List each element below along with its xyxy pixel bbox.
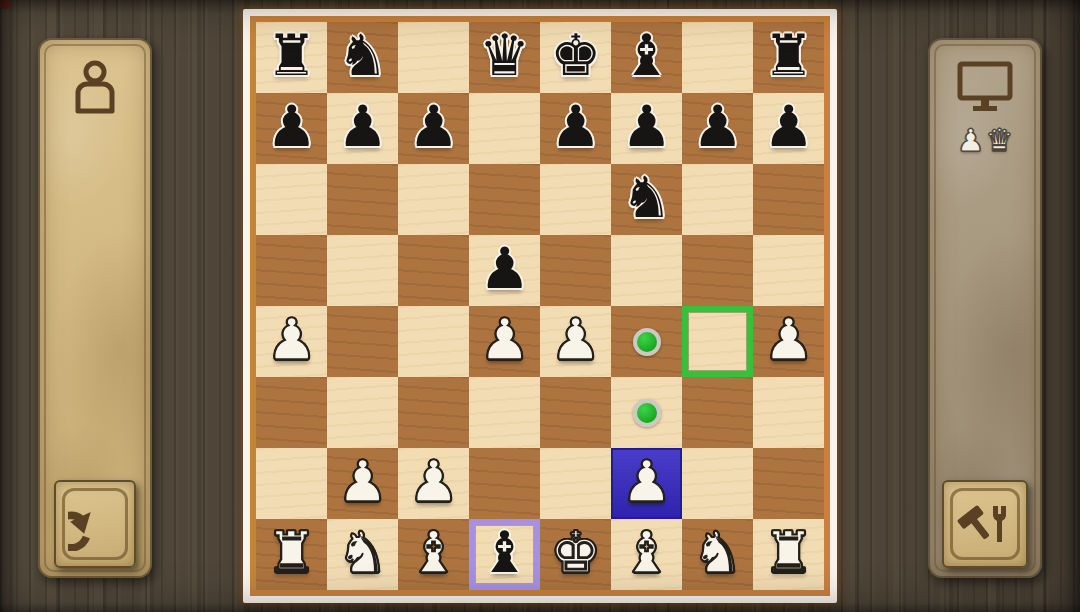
black-pawn: ♟ <box>692 98 743 155</box>
square-h2[interactable] <box>753 448 824 519</box>
square-g8[interactable] <box>682 22 753 93</box>
white-pawn: ♟ <box>408 453 459 510</box>
white-pawn: ♟ <box>479 311 530 368</box>
square-b5[interactable] <box>327 235 398 306</box>
tools-icon <box>957 498 1013 550</box>
white-rook: ♜ <box>266 524 317 581</box>
computer-monitor-icon <box>955 58 1015 116</box>
square-a5[interactable] <box>256 235 327 306</box>
square-a6[interactable] <box>256 164 327 235</box>
white-pawn: ♟ <box>621 453 672 510</box>
human-player-panel <box>38 38 152 578</box>
square-f7[interactable]: ♟ <box>611 93 682 164</box>
square-d5[interactable]: ♟ <box>469 235 540 306</box>
black-pawn: ♟ <box>479 240 530 297</box>
black-pawn: ♟ <box>763 98 814 155</box>
square-e8[interactable]: ♚ <box>540 22 611 93</box>
white-knight: ♞ <box>337 524 388 581</box>
square-f6[interactable]: ♞ <box>611 164 682 235</box>
square-a8[interactable]: ♜ <box>256 22 327 93</box>
computer-captured-tray: ♟♛ <box>957 120 1014 160</box>
black-rook: ♜ <box>763 27 814 84</box>
square-b3[interactable] <box>327 377 398 448</box>
square-e1[interactable]: ♚ <box>540 519 611 590</box>
square-d7[interactable] <box>469 93 540 164</box>
square-g1[interactable]: ♞ <box>682 519 753 590</box>
undo-button[interactable] <box>54 480 136 568</box>
square-c6[interactable] <box>398 164 469 235</box>
chess-board: ♜♞♛♚♝♜♟♟♟♟♟♟♟♞♟♟♟♟♟♟♟♟♜♞♝♝♚♝♞♜ <box>243 9 837 603</box>
square-h5[interactable] <box>753 235 824 306</box>
square-h1[interactable]: ♜ <box>753 519 824 590</box>
move-hint-dot <box>633 399 661 427</box>
square-c8[interactable] <box>398 22 469 93</box>
white-rook: ♜ <box>763 524 814 581</box>
square-c5[interactable] <box>398 235 469 306</box>
square-c7[interactable]: ♟ <box>398 93 469 164</box>
white-bishop: ♝ <box>621 524 672 581</box>
square-h8[interactable]: ♜ <box>753 22 824 93</box>
captured-white-pawn: ♟ <box>957 120 985 160</box>
black-pawn: ♟ <box>550 98 601 155</box>
square-e3[interactable] <box>540 377 611 448</box>
move-hint-dot <box>633 328 661 356</box>
square-f8[interactable]: ♝ <box>611 22 682 93</box>
black-bishop: ♝ <box>479 524 530 581</box>
person-icon <box>65 58 125 116</box>
black-knight: ♞ <box>337 27 388 84</box>
square-g7[interactable]: ♟ <box>682 93 753 164</box>
square-h3[interactable] <box>753 377 824 448</box>
square-e6[interactable] <box>540 164 611 235</box>
black-pawn: ♟ <box>621 98 672 155</box>
square-c2[interactable]: ♟ <box>398 448 469 519</box>
square-a3[interactable] <box>256 377 327 448</box>
square-g3[interactable] <box>682 377 753 448</box>
black-pawn: ♟ <box>337 98 388 155</box>
square-d3[interactable] <box>469 377 540 448</box>
square-d4[interactable]: ♟ <box>469 306 540 377</box>
square-b1[interactable]: ♞ <box>327 519 398 590</box>
black-bishop: ♝ <box>621 27 672 84</box>
square-c3[interactable] <box>398 377 469 448</box>
square-b4[interactable] <box>327 306 398 377</box>
square-f5[interactable] <box>611 235 682 306</box>
square-c1[interactable]: ♝ <box>398 519 469 590</box>
square-b8[interactable]: ♞ <box>327 22 398 93</box>
black-pawn: ♟ <box>266 98 317 155</box>
white-knight: ♞ <box>692 524 743 581</box>
square-a7[interactable]: ♟ <box>256 93 327 164</box>
square-e2[interactable] <box>540 448 611 519</box>
square-h7[interactable]: ♟ <box>753 93 824 164</box>
square-g6[interactable] <box>682 164 753 235</box>
square-g4[interactable] <box>682 306 753 377</box>
square-b2[interactable]: ♟ <box>327 448 398 519</box>
square-e4[interactable]: ♟ <box>540 306 611 377</box>
square-b6[interactable] <box>327 164 398 235</box>
square-h4[interactable]: ♟ <box>753 306 824 377</box>
square-e5[interactable] <box>540 235 611 306</box>
tools-button[interactable] <box>942 480 1028 568</box>
square-d6[interactable] <box>469 164 540 235</box>
square-d8[interactable]: ♛ <box>469 22 540 93</box>
white-pawn: ♟ <box>337 453 388 510</box>
board-frame: ♜♞♛♚♝♜♟♟♟♟♟♟♟♞♟♟♟♟♟♟♟♟♜♞♝♝♚♝♞♜ <box>250 16 830 596</box>
white-pawn: ♟ <box>763 311 814 368</box>
black-knight: ♞ <box>621 169 672 226</box>
square-h6[interactable] <box>753 164 824 235</box>
square-c4[interactable] <box>398 306 469 377</box>
square-g2[interactable] <box>682 448 753 519</box>
white-king: ♚ <box>550 524 601 581</box>
board-grid: ♜♞♛♚♝♜♟♟♟♟♟♟♟♞♟♟♟♟♟♟♟♟♜♞♝♝♚♝♞♜ <box>256 22 824 590</box>
corner-artifact <box>0 0 10 9</box>
square-d1[interactable]: ♝ <box>469 519 540 590</box>
white-pawn: ♟ <box>550 311 601 368</box>
computer-player-panel: ♟♛ <box>928 38 1042 578</box>
square-f1[interactable]: ♝ <box>611 519 682 590</box>
square-e7[interactable]: ♟ <box>540 93 611 164</box>
black-queen: ♛ <box>479 27 530 84</box>
captured-white-queen: ♛ <box>986 120 1014 160</box>
square-d2[interactable] <box>469 448 540 519</box>
black-king: ♚ <box>550 27 601 84</box>
white-pawn: ♟ <box>266 311 317 368</box>
black-pawn: ♟ <box>408 98 459 155</box>
square-f2[interactable]: ♟ <box>611 448 682 519</box>
square-f3[interactable] <box>611 377 682 448</box>
square-a4[interactable]: ♟ <box>256 306 327 377</box>
game-screen: ♜♞♛♚♝♜♟♟♟♟♟♟♟♞♟♟♟♟♟♟♟♟♜♞♝♝♚♝♞♜ ♟♛ <box>0 0 1080 612</box>
square-b7[interactable]: ♟ <box>327 93 398 164</box>
square-g5[interactable] <box>682 235 753 306</box>
square-a1[interactable]: ♜ <box>256 519 327 590</box>
white-bishop: ♝ <box>408 524 459 581</box>
square-a2[interactable] <box>256 448 327 519</box>
black-rook: ♜ <box>266 27 317 84</box>
undo-icon <box>68 497 122 551</box>
square-f4[interactable] <box>611 306 682 377</box>
